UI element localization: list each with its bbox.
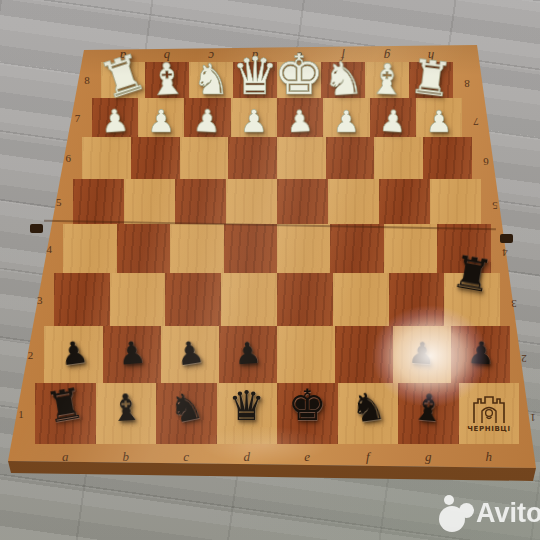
square-d3 <box>221 273 277 326</box>
coord-rank-4-right: 4 <box>502 247 508 259</box>
square-g8 <box>365 62 409 98</box>
coord-file-h-top: h <box>428 48 435 64</box>
avito-watermark: Avito <box>432 492 540 534</box>
coord-file-e-top: e <box>296 48 302 64</box>
square-c2 <box>161 326 219 383</box>
coord-rank-2-left: 2 <box>28 349 34 361</box>
board-row-rank-4 <box>63 224 490 273</box>
coord-file-f-bottom: f <box>366 449 370 465</box>
coord-rank-4-left: 4 <box>47 243 53 255</box>
coord-rank-7-left: 7 <box>75 112 81 124</box>
coord-rank-5-left: 5 <box>56 196 62 208</box>
square-b1 <box>96 383 157 444</box>
maker-logo-text: ЧЕРНІВЦІ <box>461 425 517 433</box>
square-g2 <box>393 326 451 383</box>
square-c7 <box>184 98 230 137</box>
coord-rank-1-left: 1 <box>18 408 24 420</box>
square-a6 <box>82 137 131 179</box>
coord-rank-8-right: 8 <box>464 78 470 90</box>
board-row-rank-8 <box>101 62 453 98</box>
square-b6 <box>131 137 180 179</box>
coord-file-d-bottom: d <box>244 449 251 465</box>
coord-file-a-top: a <box>120 48 127 64</box>
square-a8 <box>101 62 145 98</box>
coord-rank-6-right: 6 <box>483 156 489 168</box>
coord-rank-8-left: 8 <box>84 74 90 86</box>
square-f7 <box>323 98 369 137</box>
square-h8 <box>409 62 453 98</box>
board-row-rank-2 <box>44 326 509 383</box>
square-g3 <box>389 273 445 326</box>
left-hinge <box>30 224 43 233</box>
coord-rank-5-right: 5 <box>493 200 499 212</box>
square-c8 <box>189 62 233 98</box>
coord-file-b-top: b <box>164 48 171 64</box>
square-b2 <box>103 326 161 383</box>
square-a3 <box>54 273 110 326</box>
board-row-rank-5 <box>73 179 482 224</box>
square-f1 <box>338 383 399 444</box>
right-hinge <box>500 234 513 243</box>
coord-file-c-top: c <box>208 48 214 64</box>
square-d8 <box>233 62 277 98</box>
square-d7 <box>231 98 277 137</box>
square-g6 <box>374 137 423 179</box>
square-f8 <box>321 62 365 98</box>
square-c3 <box>165 273 221 326</box>
square-b7 <box>138 98 184 137</box>
coord-file-b-bottom: b <box>123 449 130 465</box>
board-row-rank-1 <box>35 383 519 444</box>
square-a5 <box>73 179 124 224</box>
square-e3 <box>277 273 333 326</box>
coord-rank-3-left: 3 <box>37 294 43 306</box>
coord-file-g-bottom: g <box>425 449 432 465</box>
square-g1 <box>398 383 459 444</box>
square-e7 <box>277 98 323 137</box>
square-e8 <box>277 62 321 98</box>
castle-emblem-icon <box>471 395 507 425</box>
coord-file-h-bottom: h <box>486 449 493 465</box>
square-b8 <box>145 62 189 98</box>
square-h4 <box>437 224 490 273</box>
square-g7 <box>370 98 416 137</box>
maker-logo: ЧЕРНІВЦІ <box>461 395 517 433</box>
square-b3 <box>110 273 166 326</box>
avito-watermark-text: Avito <box>476 498 540 529</box>
square-e5 <box>277 179 328 224</box>
coord-rank-7-right: 7 <box>474 116 480 128</box>
avito-logo-icon <box>432 492 474 534</box>
coord-file-a-bottom: a <box>62 449 69 465</box>
square-a1 <box>35 383 96 444</box>
coord-file-d-top: d <box>252 48 259 64</box>
coord-file-c-bottom: c <box>183 449 189 465</box>
square-f6 <box>326 137 375 179</box>
square-h6 <box>423 137 472 179</box>
square-c1 <box>156 383 217 444</box>
square-d2 <box>219 326 277 383</box>
coord-file-f-top: f <box>341 48 345 64</box>
square-h2 <box>451 326 509 383</box>
photo-scene: aabbccddeeffgghh1122334455667788 ♜♝♞♛♚♞♝… <box>0 0 540 540</box>
square-d1 <box>217 383 278 444</box>
square-d6 <box>228 137 277 179</box>
square-c6 <box>180 137 229 179</box>
square-e6 <box>277 137 326 179</box>
board-row-rank-3 <box>54 273 500 326</box>
square-e2 <box>277 326 335 383</box>
square-b5 <box>124 179 175 224</box>
square-a2 <box>44 326 102 383</box>
square-a7 <box>92 98 138 137</box>
square-e1 <box>277 383 338 444</box>
square-c5 <box>175 179 226 224</box>
board-row-rank-7 <box>92 98 463 137</box>
square-c4 <box>170 224 223 273</box>
square-f3 <box>333 273 389 326</box>
chess-board: aabbccddeeffgghh1122334455667788 ♜♝♞♛♚♞♝… <box>0 0 540 540</box>
square-b4 <box>117 224 170 273</box>
coord-rank-2-right: 2 <box>521 353 527 365</box>
square-h5 <box>430 179 481 224</box>
square-a4 <box>63 224 116 273</box>
square-d4 <box>224 224 277 273</box>
coord-rank-3-right: 3 <box>511 298 517 310</box>
coord-file-e-bottom: e <box>304 449 310 465</box>
board-row-rank-6 <box>82 137 472 179</box>
square-h7 <box>416 98 462 137</box>
square-d5 <box>226 179 277 224</box>
square-g5 <box>379 179 430 224</box>
square-e4 <box>277 224 330 273</box>
coord-rank-6-left: 6 <box>65 152 71 164</box>
coord-rank-1-right: 1 <box>530 412 536 424</box>
square-f2 <box>335 326 393 383</box>
square-g4 <box>384 224 437 273</box>
square-f4 <box>330 224 383 273</box>
square-f5 <box>328 179 379 224</box>
square-h3 <box>444 273 500 326</box>
coord-file-g-top: g <box>384 48 391 64</box>
